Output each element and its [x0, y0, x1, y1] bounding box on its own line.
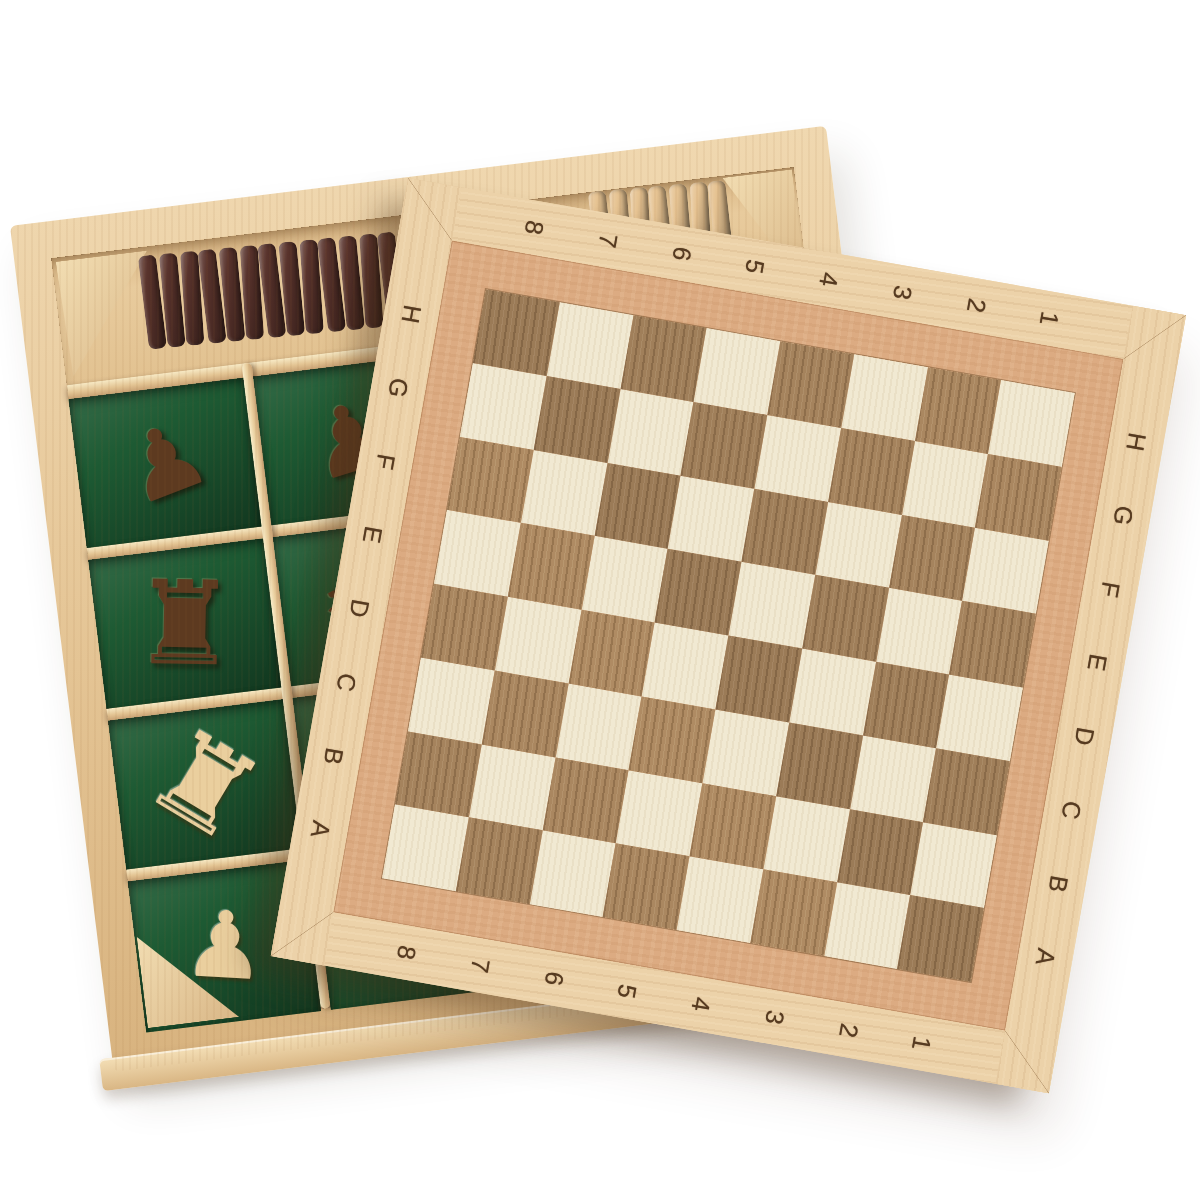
- board-square: [750, 869, 837, 956]
- coordinate-label: 6: [521, 937, 587, 1020]
- coordinate-label: G: [357, 355, 440, 421]
- board-square: [421, 584, 508, 671]
- board-square: [456, 817, 543, 904]
- board-square: [767, 341, 854, 428]
- board-square: [689, 783, 776, 870]
- board-square: [681, 402, 768, 489]
- board-square: [447, 436, 534, 523]
- board-square: [889, 514, 976, 601]
- chess-piece-dark-pawn: ♟: [110, 405, 220, 520]
- board-square: [923, 748, 1010, 835]
- board-square: [828, 428, 915, 515]
- board-square: [863, 662, 950, 749]
- board-square: [594, 462, 681, 549]
- coordinate-label: C: [1030, 777, 1113, 843]
- frame-mitre-joint: [271, 903, 334, 966]
- coordinate-label: F: [1069, 556, 1152, 622]
- coordinate-label: 5: [722, 225, 788, 308]
- coordinate-label: 3: [742, 976, 808, 1059]
- coordinate-label: 4: [796, 238, 862, 321]
- board-square: [975, 454, 1062, 541]
- checkers-stack-dark: [139, 231, 405, 349]
- coordinate-label: H: [1095, 409, 1178, 475]
- board-square: [668, 475, 755, 562]
- board-square: [408, 657, 495, 744]
- board-field: [382, 289, 1075, 982]
- board-square: [607, 389, 694, 476]
- board-square: [789, 649, 876, 736]
- compartment-cell: ♜: [88, 539, 281, 709]
- coordinate-label: E: [1056, 630, 1139, 696]
- board-square: [841, 354, 928, 441]
- board-square: [616, 770, 703, 857]
- board-square: [495, 597, 582, 684]
- board-square: [395, 731, 482, 818]
- board-square: [850, 735, 937, 822]
- coordinate-label: A: [1004, 924, 1087, 990]
- coordinate-label: 3: [870, 251, 936, 334]
- coordinate-label: 8: [374, 911, 440, 994]
- board-square: [962, 527, 1049, 614]
- chessboard: 87654321 87654321 HGFEDCBA HGFEDCBA: [271, 178, 1186, 1093]
- board-square: [949, 601, 1036, 688]
- board-square: [676, 856, 763, 943]
- coordinate-label: B: [1017, 850, 1100, 916]
- board-square: [469, 744, 556, 831]
- board-square: [910, 822, 997, 909]
- board-square: [434, 510, 521, 597]
- board-square: [702, 709, 789, 796]
- board-square: [655, 549, 742, 636]
- coordinate-label: B: [292, 723, 375, 789]
- board-square: [534, 376, 621, 463]
- board-square: [382, 805, 469, 892]
- board-square: [542, 757, 629, 844]
- chess-piece-dark-rook: ♜: [132, 565, 238, 683]
- board-square: [837, 809, 924, 896]
- coordinate-label: C: [305, 649, 388, 715]
- board-square: [915, 367, 1002, 454]
- coordinate-label: 2: [943, 264, 1009, 347]
- coordinate-label: D: [1043, 703, 1126, 769]
- board-square: [728, 562, 815, 649]
- coordinate-label: F: [344, 428, 427, 494]
- board-square: [547, 302, 634, 389]
- board-square: [824, 882, 911, 969]
- coordinate-label: A: [279, 796, 362, 862]
- board-square: [629, 696, 716, 783]
- coordinate-label: D: [318, 575, 401, 641]
- board-square: [568, 610, 655, 697]
- coordinate-label: 4: [668, 963, 734, 1046]
- board-square: [897, 895, 984, 982]
- board-square: [754, 415, 841, 502]
- board-square: [508, 523, 595, 610]
- coordinate-label: 5: [595, 950, 661, 1033]
- board-square: [529, 830, 616, 917]
- frame-mitre-joint: [996, 1031, 1059, 1094]
- board-square: [460, 363, 547, 450]
- board-square: [555, 683, 642, 770]
- coordinate-label: 1: [889, 1002, 955, 1085]
- coordinate-label: 1: [1017, 277, 1083, 360]
- board-square: [815, 501, 902, 588]
- compartment-cell: ♜: [108, 699, 301, 869]
- board-square: [876, 588, 963, 675]
- coordinate-label: 8: [502, 186, 568, 269]
- board-square: [642, 623, 729, 710]
- coordinate-label: E: [331, 502, 414, 568]
- board-square: [603, 843, 690, 930]
- board-square: [581, 536, 668, 623]
- product-photo: ♟♟♟♜♞♝♜♝♟♟♟ 87654321 87654321 HGFEDCBA H…: [0, 0, 1200, 1200]
- board-square: [936, 675, 1023, 762]
- coordinate-label: G: [1082, 482, 1165, 548]
- board-square: [902, 441, 989, 528]
- board-square: [715, 636, 802, 723]
- coordinate-label: H: [370, 281, 453, 347]
- board-square: [482, 670, 569, 757]
- board-square: [776, 722, 863, 809]
- board-square: [620, 315, 707, 402]
- frame-mitre-joint: [399, 178, 462, 241]
- board-square: [802, 575, 889, 662]
- coordinate-label: 2: [815, 989, 881, 1072]
- frame-mitre-joint: [1123, 306, 1186, 369]
- board-square: [694, 328, 781, 415]
- board-square: [521, 449, 608, 536]
- coordinate-label: 7: [447, 924, 513, 1007]
- board-square: [741, 488, 828, 575]
- coordinate-label: 7: [575, 199, 641, 282]
- board-square: [988, 380, 1075, 467]
- coordinate-label: 6: [649, 212, 715, 295]
- chess-piece-light-rook: ♜: [130, 708, 279, 861]
- board-square: [763, 796, 850, 883]
- compartment-cell: ♟: [69, 378, 262, 548]
- board-square: [473, 289, 560, 376]
- chess-piece-light-pawn: ♟: [181, 898, 268, 994]
